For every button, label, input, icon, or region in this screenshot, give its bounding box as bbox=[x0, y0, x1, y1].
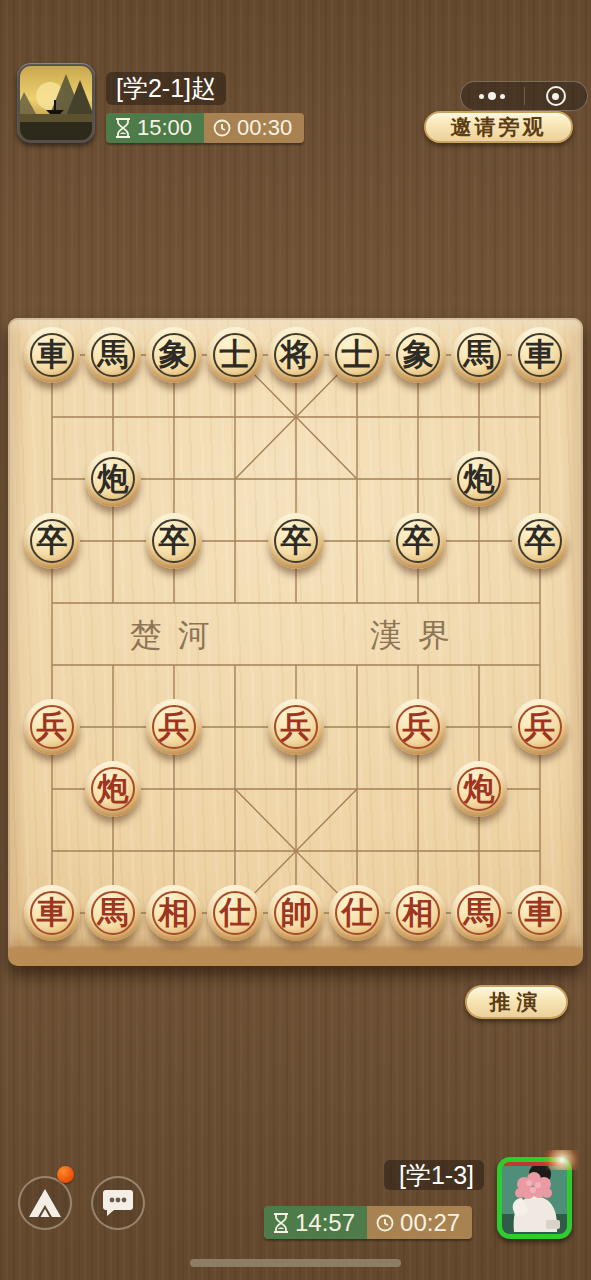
chat-bubble-icon bbox=[102, 1188, 134, 1218]
piece-glyph: 士 bbox=[342, 339, 373, 371]
piece-相-r9c6[interactable]: 相 bbox=[390, 885, 446, 941]
piece-glyph: 卒 bbox=[159, 525, 190, 557]
top-player-timer: 15:00 00:30 bbox=[106, 113, 304, 143]
xiangqi-board[interactable]: 楚河 漢界 車馬象士将士象馬車炮炮卒卒卒卒卒兵兵兵兵兵炮炮車馬相仕帥仕相馬車 bbox=[8, 318, 583, 966]
minimize-button[interactable] bbox=[525, 82, 588, 110]
piece-glyph: 卒 bbox=[37, 525, 68, 557]
piece-glyph: 馬 bbox=[464, 897, 495, 929]
piece-glyph: 相 bbox=[403, 897, 434, 929]
piece-glyph: 馬 bbox=[464, 339, 495, 371]
more-options-button[interactable] bbox=[461, 82, 524, 110]
top-move-time: 00:30 bbox=[237, 115, 292, 141]
piece-車-r0c0[interactable]: 車 bbox=[24, 327, 80, 383]
piece-glyph: 象 bbox=[403, 339, 434, 371]
piece-glyph: 兵 bbox=[403, 711, 434, 743]
piece-glyph: 兵 bbox=[159, 711, 190, 743]
piece-将-r0c4[interactable]: 将 bbox=[268, 327, 324, 383]
piece-炮-r7c7[interactable]: 炮 bbox=[451, 761, 507, 817]
piece-兵-r6c6[interactable]: 兵 bbox=[390, 699, 446, 755]
game-screen: [学2-1]赵 15:00 00:30 邀请旁观 bbox=[0, 0, 591, 1280]
piece-glyph: 車 bbox=[525, 897, 556, 929]
bottom-main-timer: 14:57 bbox=[264, 1206, 367, 1239]
river-text-right: 漢界 bbox=[370, 614, 466, 658]
piece-glyph: 卒 bbox=[281, 525, 312, 557]
chat-button[interactable] bbox=[91, 1176, 145, 1230]
notification-dot bbox=[57, 1166, 74, 1183]
hourglass-icon bbox=[115, 118, 131, 138]
mountain-logo-icon bbox=[28, 1188, 62, 1218]
top-move-timer: 00:30 bbox=[204, 113, 304, 143]
app-logo-button[interactable] bbox=[18, 1176, 72, 1230]
ellipsis-dot bbox=[488, 92, 496, 100]
clock-icon bbox=[376, 1214, 394, 1232]
piece-士-r0c3[interactable]: 士 bbox=[207, 327, 263, 383]
piece-象-r0c6[interactable]: 象 bbox=[390, 327, 446, 383]
piece-glyph: 兵 bbox=[281, 711, 312, 743]
piece-glyph: 車 bbox=[37, 897, 68, 929]
piece-glyph: 炮 bbox=[98, 463, 129, 495]
bottom-player-avatar[interactable] bbox=[497, 1157, 572, 1239]
piece-馬-r9c7[interactable]: 馬 bbox=[451, 885, 507, 941]
bottom-move-timer: 00:27 bbox=[367, 1206, 472, 1239]
circle-dot-icon bbox=[546, 86, 566, 106]
piece-兵-r6c2[interactable]: 兵 bbox=[146, 699, 202, 755]
piece-glyph: 帥 bbox=[281, 897, 312, 929]
piece-車-r9c0[interactable]: 車 bbox=[24, 885, 80, 941]
piece-相-r9c2[interactable]: 相 bbox=[146, 885, 202, 941]
piece-仕-r9c5[interactable]: 仕 bbox=[329, 885, 385, 941]
piece-glyph: 馬 bbox=[98, 897, 129, 929]
ellipsis-dot bbox=[500, 94, 505, 99]
bottom-main-time: 14:57 bbox=[295, 1209, 355, 1237]
bottom-player-name: [学1-3] bbox=[384, 1160, 484, 1190]
top-main-timer: 15:00 bbox=[106, 113, 204, 143]
piece-glyph: 卒 bbox=[403, 525, 434, 557]
bottom-player-timer: 14:57 00:27 bbox=[264, 1206, 472, 1239]
piece-卒-r3c8[interactable]: 卒 bbox=[512, 513, 568, 569]
piece-兵-r6c0[interactable]: 兵 bbox=[24, 699, 80, 755]
piece-glyph: 象 bbox=[159, 339, 190, 371]
top-main-time: 15:00 bbox=[137, 115, 192, 141]
top-player-name: [学2-1]赵 bbox=[106, 72, 226, 105]
home-indicator[interactable] bbox=[190, 1259, 401, 1267]
river-text-left: 楚河 bbox=[130, 614, 226, 658]
invite-spectators-button[interactable]: 邀请旁观 bbox=[424, 111, 573, 143]
piece-炮-r2c1[interactable]: 炮 bbox=[85, 451, 141, 507]
piece-glyph: 将 bbox=[281, 339, 312, 371]
piece-象-r0c2[interactable]: 象 bbox=[146, 327, 202, 383]
piece-glyph: 相 bbox=[159, 897, 190, 929]
piece-炮-r2c7[interactable]: 炮 bbox=[451, 451, 507, 507]
piece-卒-r3c4[interactable]: 卒 bbox=[268, 513, 324, 569]
piece-士-r0c5[interactable]: 士 bbox=[329, 327, 385, 383]
piece-車-r0c8[interactable]: 車 bbox=[512, 327, 568, 383]
piece-glyph: 卒 bbox=[525, 525, 556, 557]
landscape-avatar-image bbox=[20, 66, 92, 140]
clock-icon bbox=[213, 119, 231, 137]
piece-帥-r9c4[interactable]: 帥 bbox=[268, 885, 324, 941]
ellipsis-dot bbox=[479, 94, 484, 99]
piece-glyph: 車 bbox=[525, 339, 556, 371]
piece-glyph: 車 bbox=[37, 339, 68, 371]
piece-glyph: 炮 bbox=[464, 463, 495, 495]
piece-glyph: 仕 bbox=[220, 897, 251, 929]
piece-炮-r7c1[interactable]: 炮 bbox=[85, 761, 141, 817]
portrait-avatar-image bbox=[502, 1162, 567, 1234]
piece-馬-r9c1[interactable]: 馬 bbox=[85, 885, 141, 941]
piece-glyph: 仕 bbox=[342, 897, 373, 929]
piece-兵-r6c4[interactable]: 兵 bbox=[268, 699, 324, 755]
hourglass-icon bbox=[273, 1213, 289, 1233]
piece-仕-r9c3[interactable]: 仕 bbox=[207, 885, 263, 941]
piece-glyph: 炮 bbox=[98, 773, 129, 805]
piece-glyph: 兵 bbox=[525, 711, 556, 743]
piece-馬-r0c7[interactable]: 馬 bbox=[451, 327, 507, 383]
piece-卒-r3c6[interactable]: 卒 bbox=[390, 513, 446, 569]
piece-車-r9c8[interactable]: 車 bbox=[512, 885, 568, 941]
board-grid bbox=[8, 318, 583, 948]
piece-馬-r0c1[interactable]: 馬 bbox=[85, 327, 141, 383]
piece-卒-r3c2[interactable]: 卒 bbox=[146, 513, 202, 569]
bottom-move-time: 00:27 bbox=[400, 1209, 460, 1237]
piece-glyph: 炮 bbox=[464, 773, 495, 805]
piece-glyph: 兵 bbox=[37, 711, 68, 743]
miniprogram-capsule bbox=[460, 81, 588, 111]
piece-glyph: 士 bbox=[220, 339, 251, 371]
piece-兵-r6c8[interactable]: 兵 bbox=[512, 699, 568, 755]
top-player-avatar[interactable] bbox=[17, 63, 95, 143]
piece-glyph: 馬 bbox=[98, 339, 129, 371]
piece-卒-r3c0[interactable]: 卒 bbox=[24, 513, 80, 569]
simulate-button[interactable]: 推演 bbox=[465, 985, 568, 1019]
